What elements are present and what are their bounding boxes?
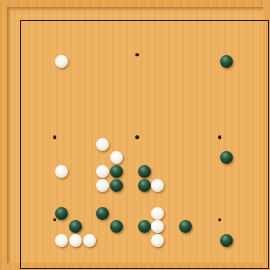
intersection-b15[interactable] [27, 69, 41, 83]
intersection-p7[interactable] [220, 179, 234, 193]
intersection-l13[interactable] [165, 96, 179, 110]
intersection-g1[interactable] [96, 261, 110, 270]
intersection-s5[interactable] [261, 206, 270, 220]
intersection-e17[interactable] [69, 41, 83, 55]
intersection-c16[interactable] [41, 55, 55, 69]
intersection-e2[interactable] [69, 247, 83, 261]
intersection-l15[interactable] [165, 69, 179, 83]
intersection-c5[interactable] [41, 206, 55, 220]
intersection-e6[interactable] [69, 192, 83, 206]
intersection-i13[interactable] [124, 96, 138, 110]
intersection-o1[interactable] [206, 261, 220, 270]
intersection-r16[interactable] [247, 55, 261, 69]
intersection-e14[interactable] [69, 82, 83, 96]
intersection-r6[interactable] [247, 192, 261, 206]
intersection-s19[interactable] [261, 14, 270, 28]
intersection-e10[interactable] [69, 137, 83, 151]
intersection-a1[interactable] [14, 261, 28, 270]
intersection-h10[interactable] [110, 137, 124, 151]
intersection-i7[interactable] [124, 179, 138, 193]
intersection-n4[interactable] [192, 220, 206, 234]
intersection-g10[interactable]: ● [96, 137, 110, 151]
intersection-l10[interactable] [165, 137, 179, 151]
intersection-q13[interactable] [234, 96, 248, 110]
intersection-a6[interactable] [14, 192, 28, 206]
intersection-d16[interactable]: ● [55, 55, 69, 69]
intersection-r5[interactable] [247, 206, 261, 220]
intersection-n19[interactable] [192, 14, 206, 28]
intersection-n9[interactable] [192, 151, 206, 165]
intersection-h15[interactable] [110, 69, 124, 83]
intersection-o9[interactable] [206, 151, 220, 165]
intersection-g12[interactable] [96, 110, 110, 124]
intersection-d1[interactable] [55, 261, 69, 270]
intersection-q9[interactable] [234, 151, 248, 165]
intersection-p14[interactable] [220, 82, 234, 96]
intersection-h7[interactable]: ● [110, 179, 124, 193]
intersection-f15[interactable] [82, 69, 96, 83]
intersection-p2[interactable] [220, 247, 234, 261]
intersection-i11[interactable] [124, 124, 138, 138]
intersection-g14[interactable] [96, 82, 110, 96]
intersection-o11[interactable] [206, 124, 220, 138]
intersection-b12[interactable] [27, 110, 41, 124]
intersection-r12[interactable] [247, 110, 261, 124]
intersection-d4[interactable] [55, 220, 69, 234]
intersection-m14[interactable] [179, 82, 193, 96]
intersection-q17[interactable] [234, 41, 248, 55]
intersection-o5[interactable] [206, 206, 220, 220]
intersection-d18[interactable] [55, 27, 69, 41]
intersection-o14[interactable] [206, 82, 220, 96]
intersection-s6[interactable] [261, 192, 270, 206]
intersection-d17[interactable] [55, 41, 69, 55]
intersection-f4[interactable] [82, 220, 96, 234]
intersection-k12[interactable] [151, 110, 165, 124]
intersection-e16[interactable] [69, 55, 83, 69]
intersection-m7[interactable] [179, 179, 193, 193]
intersection-p5[interactable] [220, 206, 234, 220]
intersection-e7[interactable] [69, 179, 83, 193]
intersection-l8[interactable] [165, 165, 179, 179]
intersection-k11[interactable] [151, 124, 165, 138]
intersection-q3[interactable] [234, 234, 248, 248]
intersection-g8[interactable]: ● [96, 165, 110, 179]
intersection-i15[interactable] [124, 69, 138, 83]
intersection-d11[interactable] [55, 124, 69, 138]
intersection-l4[interactable] [165, 220, 179, 234]
intersection-h6[interactable] [110, 192, 124, 206]
intersection-b19[interactable] [27, 14, 41, 28]
intersection-d9[interactable] [55, 151, 69, 165]
intersection-n7[interactable] [192, 179, 206, 193]
intersection-q6[interactable] [234, 192, 248, 206]
intersection-j6[interactable] [137, 192, 151, 206]
intersection-s7[interactable] [261, 179, 270, 193]
intersection-q7[interactable] [234, 179, 248, 193]
intersection-p13[interactable] [220, 96, 234, 110]
intersection-b14[interactable] [27, 82, 41, 96]
intersection-c17[interactable] [41, 41, 55, 55]
intersection-d6[interactable] [55, 192, 69, 206]
intersection-l12[interactable] [165, 110, 179, 124]
intersection-i6[interactable] [124, 192, 138, 206]
intersection-i9[interactable] [124, 151, 138, 165]
intersection-f14[interactable] [82, 82, 96, 96]
intersection-r17[interactable] [247, 41, 261, 55]
intersection-g5[interactable]: ● [96, 206, 110, 220]
intersection-c8[interactable] [41, 165, 55, 179]
intersection-m9[interactable] [179, 151, 193, 165]
intersection-c2[interactable] [41, 247, 55, 261]
intersection-c14[interactable] [41, 82, 55, 96]
intersection-j8[interactable]: ● [137, 165, 151, 179]
intersection-b5[interactable] [27, 206, 41, 220]
intersection-e1[interactable] [69, 261, 83, 270]
intersection-c3[interactable] [41, 234, 55, 248]
intersection-f5[interactable] [82, 206, 96, 220]
intersection-b2[interactable] [27, 247, 41, 261]
intersection-o12[interactable] [206, 110, 220, 124]
intersection-j15[interactable] [137, 69, 151, 83]
intersection-d7[interactable] [55, 179, 69, 193]
intersection-a17[interactable] [14, 41, 28, 55]
intersection-s9[interactable] [261, 151, 270, 165]
intersection-j7[interactable]: ● [137, 179, 151, 193]
intersection-s14[interactable] [261, 82, 270, 96]
intersection-l6[interactable] [165, 192, 179, 206]
intersection-j17[interactable] [137, 41, 151, 55]
intersection-k10[interactable] [151, 137, 165, 151]
intersection-f1[interactable] [82, 261, 96, 270]
intersection-k4[interactable]: ● [151, 220, 165, 234]
intersection-b16[interactable] [27, 55, 41, 69]
intersection-e13[interactable] [69, 96, 83, 110]
intersection-c13[interactable] [41, 96, 55, 110]
intersection-m2[interactable] [179, 247, 193, 261]
intersection-m10[interactable] [179, 137, 193, 151]
intersection-f3[interactable]: ● [82, 234, 96, 248]
intersection-g18[interactable] [96, 27, 110, 41]
intersection-l18[interactable] [165, 27, 179, 41]
intersection-p17[interactable] [220, 41, 234, 55]
intersection-l5[interactable] [165, 206, 179, 220]
intersection-j3[interactable] [137, 234, 151, 248]
intersection-c19[interactable] [41, 14, 55, 28]
intersection-c4[interactable] [41, 220, 55, 234]
intersection-q11[interactable] [234, 124, 248, 138]
intersection-a12[interactable] [14, 110, 28, 124]
intersection-b17[interactable] [27, 41, 41, 55]
intersection-g11[interactable] [96, 124, 110, 138]
intersection-m16[interactable] [179, 55, 193, 69]
intersection-o6[interactable] [206, 192, 220, 206]
intersection-i5[interactable] [124, 206, 138, 220]
intersection-i14[interactable] [124, 82, 138, 96]
intersection-e15[interactable] [69, 69, 83, 83]
intersection-e9[interactable] [69, 151, 83, 165]
intersection-s8[interactable] [261, 165, 270, 179]
intersection-f6[interactable] [82, 192, 96, 206]
intersection-r7[interactable] [247, 179, 261, 193]
intersection-m19[interactable] [179, 14, 193, 28]
intersection-l2[interactable] [165, 247, 179, 261]
intersection-a11[interactable] [14, 124, 28, 138]
intersection-q12[interactable] [234, 110, 248, 124]
intersection-n1[interactable] [192, 261, 206, 270]
intersection-i1[interactable] [124, 261, 138, 270]
intersection-m13[interactable] [179, 96, 193, 110]
intersection-e8[interactable] [69, 165, 83, 179]
intersection-q4[interactable] [234, 220, 248, 234]
intersection-o3[interactable] [206, 234, 220, 248]
intersection-k15[interactable] [151, 69, 165, 83]
intersection-m1[interactable] [179, 261, 193, 270]
intersection-f12[interactable] [82, 110, 96, 124]
intersection-n3[interactable] [192, 234, 206, 248]
intersection-f13[interactable] [82, 96, 96, 110]
intersection-s4[interactable] [261, 220, 270, 234]
intersection-e3[interactable]: ● [69, 234, 83, 248]
intersection-c18[interactable] [41, 27, 55, 41]
intersection-s16[interactable] [261, 55, 270, 69]
intersection-a2[interactable] [14, 247, 28, 261]
intersection-h2[interactable] [110, 247, 124, 261]
intersection-a7[interactable] [14, 179, 28, 193]
intersection-c11[interactable] [41, 124, 55, 138]
intersection-a3[interactable] [14, 234, 28, 248]
intersection-b3[interactable] [27, 234, 41, 248]
intersection-l17[interactable] [165, 41, 179, 55]
intersection-b6[interactable] [27, 192, 41, 206]
intersection-p10[interactable] [220, 137, 234, 151]
intersection-q10[interactable] [234, 137, 248, 151]
intersection-e19[interactable] [69, 14, 83, 28]
intersection-g16[interactable] [96, 55, 110, 69]
intersection-j16[interactable] [137, 55, 151, 69]
intersection-g2[interactable] [96, 247, 110, 261]
intersection-p15[interactable] [220, 69, 234, 83]
intersection-r13[interactable] [247, 96, 261, 110]
intersection-q19[interactable] [234, 14, 248, 28]
intersection-p4[interactable] [220, 220, 234, 234]
intersection-g7[interactable]: ● [96, 179, 110, 193]
intersection-c15[interactable] [41, 69, 55, 83]
intersection-b8[interactable] [27, 165, 41, 179]
intersection-c7[interactable] [41, 179, 55, 193]
intersection-o18[interactable] [206, 27, 220, 41]
intersection-q18[interactable] [234, 27, 248, 41]
intersection-f9[interactable] [82, 151, 96, 165]
intersection-m3[interactable] [179, 234, 193, 248]
intersection-g6[interactable] [96, 192, 110, 206]
intersection-o17[interactable] [206, 41, 220, 55]
intersection-q2[interactable] [234, 247, 248, 261]
intersection-m4[interactable]: ● [179, 220, 193, 234]
intersection-n16[interactable] [192, 55, 206, 69]
intersection-h4[interactable]: ● [110, 220, 124, 234]
intersection-r2[interactable] [247, 247, 261, 261]
intersection-d10[interactable] [55, 137, 69, 151]
intersection-k6[interactable] [151, 192, 165, 206]
intersection-k9[interactable] [151, 151, 165, 165]
intersection-k2[interactable] [151, 247, 165, 261]
intersection-p11[interactable] [220, 124, 234, 138]
intersection-g3[interactable] [96, 234, 110, 248]
intersection-j18[interactable] [137, 27, 151, 41]
intersection-e5[interactable] [69, 206, 83, 220]
intersection-a9[interactable] [14, 151, 28, 165]
intersection-a13[interactable] [14, 96, 28, 110]
intersection-n18[interactable] [192, 27, 206, 41]
intersection-j10[interactable] [137, 137, 151, 151]
intersection-f7[interactable] [82, 179, 96, 193]
intersection-s10[interactable] [261, 137, 270, 151]
intersection-j11[interactable] [137, 124, 151, 138]
intersection-j19[interactable] [137, 14, 151, 28]
intersection-m8[interactable] [179, 165, 193, 179]
intersection-h5[interactable] [110, 206, 124, 220]
intersection-o15[interactable] [206, 69, 220, 83]
intersection-r15[interactable] [247, 69, 261, 83]
intersection-h12[interactable] [110, 110, 124, 124]
intersection-n10[interactable] [192, 137, 206, 151]
intersection-a15[interactable] [14, 69, 28, 83]
intersection-h18[interactable] [110, 27, 124, 41]
intersection-j13[interactable] [137, 96, 151, 110]
intersection-f11[interactable] [82, 124, 96, 138]
intersection-m18[interactable] [179, 27, 193, 41]
intersection-b4[interactable] [27, 220, 41, 234]
intersection-o19[interactable] [206, 14, 220, 28]
intersection-i12[interactable] [124, 110, 138, 124]
intersection-m11[interactable] [179, 124, 193, 138]
intersection-n17[interactable] [192, 41, 206, 55]
intersection-a5[interactable] [14, 206, 28, 220]
intersection-n6[interactable] [192, 192, 206, 206]
intersection-k16[interactable] [151, 55, 165, 69]
intersection-s15[interactable] [261, 69, 270, 83]
intersection-i3[interactable] [124, 234, 138, 248]
intersection-f17[interactable] [82, 41, 96, 55]
intersection-g19[interactable] [96, 14, 110, 28]
intersection-l1[interactable] [165, 261, 179, 270]
intersection-m6[interactable] [179, 192, 193, 206]
intersection-l16[interactable] [165, 55, 179, 69]
intersection-a10[interactable] [14, 137, 28, 151]
intersection-d8[interactable]: ● [55, 165, 69, 179]
intersection-d3[interactable]: ● [55, 234, 69, 248]
intersection-e4[interactable]: ● [69, 220, 83, 234]
intersection-j1[interactable] [137, 261, 151, 270]
intersection-s13[interactable] [261, 96, 270, 110]
intersection-k14[interactable] [151, 82, 165, 96]
intersection-h17[interactable] [110, 41, 124, 55]
intersection-h16[interactable] [110, 55, 124, 69]
intersection-d15[interactable] [55, 69, 69, 83]
intersection-f2[interactable] [82, 247, 96, 261]
intersection-a4[interactable] [14, 220, 28, 234]
intersection-l3[interactable] [165, 234, 179, 248]
intersection-i10[interactable] [124, 137, 138, 151]
intersection-i4[interactable] [124, 220, 138, 234]
intersection-j9[interactable] [137, 151, 151, 165]
intersection-m5[interactable] [179, 206, 193, 220]
intersection-h11[interactable] [110, 124, 124, 138]
intersection-j5[interactable] [137, 206, 151, 220]
intersection-n14[interactable] [192, 82, 206, 96]
intersection-h8[interactable]: ● [110, 165, 124, 179]
intersection-c9[interactable] [41, 151, 55, 165]
intersection-k1[interactable] [151, 261, 165, 270]
intersection-a14[interactable] [14, 82, 28, 96]
intersection-k19[interactable] [151, 14, 165, 28]
intersection-h1[interactable] [110, 261, 124, 270]
intersection-c10[interactable] [41, 137, 55, 151]
intersection-n12[interactable] [192, 110, 206, 124]
intersection-p16[interactable]: ● [220, 55, 234, 69]
intersection-b10[interactable] [27, 137, 41, 151]
intersection-p6[interactable] [220, 192, 234, 206]
intersection-m15[interactable] [179, 69, 193, 83]
intersection-s17[interactable] [261, 41, 270, 55]
intersection-g9[interactable] [96, 151, 110, 165]
intersection-s1[interactable] [261, 261, 270, 270]
intersection-r3[interactable] [247, 234, 261, 248]
intersection-g15[interactable] [96, 69, 110, 83]
intersection-p3[interactable]: ● [220, 234, 234, 248]
intersection-l7[interactable] [165, 179, 179, 193]
intersection-d12[interactable] [55, 110, 69, 124]
intersection-i2[interactable] [124, 247, 138, 261]
intersection-n11[interactable] [192, 124, 206, 138]
intersection-q8[interactable] [234, 165, 248, 179]
intersection-f16[interactable] [82, 55, 96, 69]
intersection-q16[interactable] [234, 55, 248, 69]
intersection-p19[interactable] [220, 14, 234, 28]
intersection-n15[interactable] [192, 69, 206, 83]
intersection-r19[interactable] [247, 14, 261, 28]
intersection-b18[interactable] [27, 27, 41, 41]
intersection-f18[interactable] [82, 27, 96, 41]
intersection-f8[interactable] [82, 165, 96, 179]
intersection-r14[interactable] [247, 82, 261, 96]
intersection-s18[interactable] [261, 27, 270, 41]
intersection-o2[interactable] [206, 247, 220, 261]
intersection-d5[interactable]: ● [55, 206, 69, 220]
intersection-s12[interactable] [261, 110, 270, 124]
intersection-b1[interactable] [27, 261, 41, 270]
intersection-b9[interactable] [27, 151, 41, 165]
intersection-b7[interactable] [27, 179, 41, 193]
intersection-f10[interactable] [82, 137, 96, 151]
intersection-r11[interactable] [247, 124, 261, 138]
intersection-d14[interactable] [55, 82, 69, 96]
intersection-g17[interactable] [96, 41, 110, 55]
intersection-h3[interactable] [110, 234, 124, 248]
intersection-k3[interactable]: ● [151, 234, 165, 248]
intersection-h13[interactable] [110, 96, 124, 110]
intersection-s3[interactable] [261, 234, 270, 248]
intersection-g4[interactable] [96, 220, 110, 234]
intersection-a19[interactable] [14, 14, 28, 28]
intersection-s2[interactable] [261, 247, 270, 261]
intersection-k13[interactable] [151, 96, 165, 110]
intersection-o10[interactable] [206, 137, 220, 151]
intersection-i17[interactable] [124, 41, 138, 55]
intersection-n2[interactable] [192, 247, 206, 261]
intersection-e12[interactable] [69, 110, 83, 124]
